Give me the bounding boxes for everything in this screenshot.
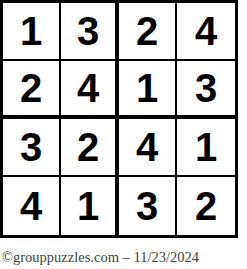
cell-r2c3: 1 — [119, 61, 177, 119]
cell-r2c4: 3 — [177, 61, 235, 119]
cell-r1c2: 3 — [61, 3, 119, 61]
cell-r4c4: 2 — [177, 177, 235, 235]
cell-r4c2: 1 — [61, 177, 119, 235]
cell-r2c2: 4 — [61, 61, 119, 119]
cell-r1c1: 1 — [3, 3, 61, 61]
copyright-date-text: ©grouppuzzles.com – 11/23/2024 — [2, 249, 199, 266]
cell-r3c2: 2 — [61, 119, 119, 177]
cell-r4c3: 3 — [119, 177, 177, 235]
cell-r3c4: 1 — [177, 119, 235, 177]
cell-r1c3: 2 — [119, 3, 177, 61]
cell-r3c3: 4 — [119, 119, 177, 177]
cell-r1c4: 4 — [177, 3, 235, 61]
sudoku-board: 1324241332414132 — [0, 0, 238, 238]
cell-r3c1: 3 — [3, 119, 61, 177]
cell-r4c1: 4 — [3, 177, 61, 235]
cell-r2c1: 2 — [3, 61, 61, 119]
